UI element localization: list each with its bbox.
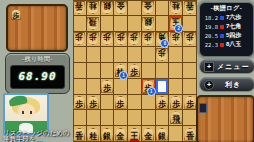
move-text: 5四歩 [226, 31, 241, 40]
board-cell-r6c8[interactable] [169, 79, 183, 95]
piece-kanji: 桂 [89, 131, 97, 141]
piece-kanji: 歩 [103, 83, 111, 93]
board-cell-r8c5[interactable] [128, 110, 142, 126]
menu-button-label: メニュー [217, 62, 250, 72]
blue-player-marker-icon [220, 16, 224, 20]
board-cell-r7c7[interactable]: 歩 [156, 95, 170, 111]
board-cell-r9c5[interactable]: 王 [128, 126, 142, 142]
board-cell-r9c6[interactable]: 金 [142, 126, 156, 142]
board-cell-r8c8[interactable]: 飛 [169, 110, 183, 126]
piece-歩-top[interactable]: 歩 [156, 48, 168, 61]
piece-kanji: 歩 [89, 32, 97, 42]
board-cell-r1c4[interactable]: 金 [114, 0, 128, 16]
board-cell-r2c9[interactable] [183, 16, 197, 32]
piece-香-bottom[interactable]: 香 [184, 128, 196, 141]
board-cell-r5c6[interactable] [142, 63, 156, 79]
kiki-icon: + [204, 80, 214, 90]
board-cell-r2c4[interactable] [114, 16, 128, 32]
piece-歩-bottom[interactable]: 歩 [73, 96, 85, 109]
piece-歩-bottom[interactable]: 歩 [128, 64, 140, 77]
piece-kanji: 歩 [75, 32, 83, 42]
board-cell-r4c4[interactable] [114, 47, 128, 63]
captured-piece-歩[interactable]: 歩 [11, 9, 21, 20]
board-cell-r8c6[interactable] [142, 110, 156, 126]
board-cell-r7c5[interactable] [128, 95, 142, 111]
move-time: 18.2 [203, 15, 218, 21]
piece-香-bottom[interactable]: 香 [73, 128, 85, 141]
piece-金-top[interactable]: 金 [142, 1, 154, 14]
piece-kanji: 歩 [158, 99, 166, 109]
board-cell-r2c1[interactable] [73, 16, 87, 32]
board-cell-r1c6[interactable]: 金 [142, 0, 156, 16]
piece-王-bottom[interactable]: 王 [128, 128, 140, 141]
piece-kanji: 歩 [172, 99, 180, 109]
piece-香-top[interactable]: 香 [73, 1, 85, 14]
move-time: 22.3 [203, 42, 218, 48]
board-cell-r7c2[interactable]: 歩 [87, 95, 101, 111]
board-cell-r1c1[interactable]: 香 [73, 0, 87, 16]
board-cell-r5c4[interactable]: 桂1 [114, 63, 128, 79]
board-cell-r2c7[interactable] [156, 16, 170, 32]
kiki-count-badge: 1 [147, 87, 156, 96]
piece-kanji: 歩 [144, 32, 152, 42]
piece-香-top[interactable]: 香 [184, 1, 196, 14]
board-cell-r5c8[interactable] [169, 63, 183, 79]
board-cell-r7c8[interactable]: 歩 [169, 95, 183, 111]
piece-kanji: 銀 [144, 17, 152, 27]
board-cell-r4c5[interactable] [128, 47, 142, 63]
piece-kanji: 銀 [158, 131, 166, 141]
move-time: 19.8 [203, 24, 218, 30]
piece-kanji: 歩 [117, 99, 125, 109]
board-cell-r4c3[interactable] [101, 47, 115, 63]
move-text: 8八玉 [226, 40, 241, 49]
character-eye [30, 111, 32, 114]
remaining-time-label: -残り時間- [6, 54, 69, 64]
piece-歩-top[interactable]: 歩 [128, 32, 140, 45]
board-cell-r4c6[interactable] [142, 47, 156, 63]
piece-kanji: 歩 [172, 32, 180, 42]
board-cell-r1c5[interactable] [128, 0, 142, 16]
piece-桂-top[interactable]: 桂 [170, 1, 182, 14]
opponent-captured-tray: 歩 [6, 4, 68, 52]
board-cell-r7c1[interactable]: 歩 [73, 95, 87, 111]
board-cell-r3c2[interactable]: 歩 [87, 32, 101, 48]
board-cell-r7c4[interactable]: 歩 [114, 95, 128, 111]
board-cell-r8c2[interactable] [87, 110, 101, 126]
kiki-count-badge: 2 [174, 24, 183, 33]
piece-歩-bottom[interactable]: 歩 [156, 96, 168, 109]
board-cell-r9c2[interactable]: 桂 [87, 126, 101, 142]
board-cell-r8c7[interactable] [156, 110, 170, 126]
piece-歩-top[interactable]: 歩 [115, 32, 127, 45]
piece-kanji: 歩 [186, 32, 194, 42]
board-cell-r8c4[interactable] [114, 110, 128, 126]
piece-金-bottom[interactable]: 金 [115, 128, 127, 141]
piece-kanji: 香 [75, 1, 83, 11]
piece-銀-bottom[interactable]: 銀 [156, 128, 168, 141]
piece-桂-bottom[interactable]: 桂 [87, 128, 99, 141]
kiki-button-label: 利き [225, 80, 241, 90]
blue-player-marker-icon [220, 34, 224, 38]
board-cell-r2c6[interactable]: 銀 [142, 16, 156, 32]
board-cell-r7c3[interactable] [101, 95, 115, 111]
clock-lcd: 68.90 [10, 65, 65, 89]
piece-kanji: 金 [144, 1, 152, 11]
piece-歩-bottom[interactable]: 歩 [184, 96, 196, 109]
tray-badge [199, 103, 207, 113]
board-cell-r5c5[interactable]: 歩 [128, 63, 142, 79]
remaining-time-panel: -残り時間- 68.90 [5, 53, 70, 94]
piece-kanji: 飛 [89, 17, 97, 27]
board-cell-r9c4[interactable]: 金 [114, 126, 128, 142]
plus-icon: + [204, 62, 214, 72]
board-cell-r3c3[interactable]: 歩 [101, 32, 115, 48]
board-cell-r4c2[interactable] [87, 47, 101, 63]
move-log-entry: 18.27六歩 [200, 13, 253, 22]
piece-歩-top[interactable]: 歩 [101, 32, 113, 45]
board-cell-r4c9[interactable] [183, 47, 197, 63]
piece-飛-bottom[interactable]: 飛 [170, 111, 182, 124]
piece-歩-bottom[interactable]: 歩 [115, 96, 127, 109]
piece-歩-bottom[interactable]: 歩 [87, 96, 99, 109]
board-cell-r7c9[interactable]: 歩 [183, 95, 197, 111]
piece-歩-top[interactable]: 歩 [87, 32, 99, 45]
piece-kanji: 銀 [103, 1, 111, 11]
piece-kanji: 金 [117, 131, 125, 141]
move-log-entry: 20.55四歩 [200, 31, 253, 40]
move-text: 7七角 [226, 22, 241, 31]
board-cell-r1c8[interactable]: 桂 [169, 0, 183, 16]
piece-kanji: 歩 [103, 32, 111, 42]
move-log-title: -棋譜ログ- [200, 3, 253, 13]
board-cell-r5c1[interactable] [73, 63, 87, 79]
board-cell-r6c6[interactable]: 歩1 [142, 79, 156, 95]
shogi-board[interactable]: 香桂銀金金桂香飛銀玉2歩歩歩歩歩歩角0歩歩歩桂1歩歩歩1歩歩歩歩歩歩飛香桂銀金王… [73, 0, 197, 142]
board-cell-r3c1[interactable]: 歩 [73, 32, 87, 48]
board-cell-r1c7[interactable] [156, 0, 170, 16]
board-cell-r8c9[interactable] [183, 110, 197, 126]
board-cell-r6c4[interactable] [114, 79, 128, 95]
piece-銀-top[interactable]: 銀 [142, 17, 154, 30]
piece-歩-top[interactable]: 歩 [170, 32, 182, 45]
board-cell-r5c7[interactable] [156, 63, 170, 79]
board-cell-r5c9[interactable] [183, 63, 197, 79]
piece-歩-bottom[interactable]: 歩 [101, 80, 113, 93]
board-cell-r9c7[interactable]: 銀 [156, 126, 170, 142]
piece-歩-top[interactable]: 歩 [142, 32, 154, 45]
board-cell-r1c2[interactable]: 桂 [87, 0, 101, 16]
board-cell-r4c1[interactable] [73, 47, 87, 63]
piece-銀-top[interactable]: 銀 [101, 1, 113, 14]
piece-金-bottom[interactable]: 金 [142, 128, 154, 141]
character-face [18, 104, 35, 118]
board-cell-r9c8[interactable] [169, 126, 183, 142]
piece-kanji: 歩 [89, 99, 97, 109]
kiki-toggle-button[interactable]: + 利き [199, 77, 254, 92]
board-cell-r9c9[interactable]: 香 [183, 126, 197, 142]
piece-kanji: 香 [186, 1, 194, 11]
piece-歩-bottom[interactable]: 歩 [170, 96, 182, 109]
piece-kanji: 金 [144, 131, 152, 141]
piece-kanji: 歩 [131, 67, 139, 77]
move-log-panel: -棋譜ログ- 18.27六歩19.87七角20.55四歩22.38八玉 [199, 2, 254, 57]
board-cell-r1c3[interactable]: 銀 [101, 0, 115, 16]
move-log-entry: 22.38八玉 [200, 40, 253, 49]
move-log-rows: 18.27六歩19.87七角20.55四歩22.38八玉 [200, 13, 253, 49]
piece-歩-top[interactable]: 歩 [73, 32, 85, 45]
move-text: 7六歩 [226, 13, 241, 22]
board-cell-r6c2[interactable] [87, 79, 101, 95]
piece-kanji: 桂 [172, 1, 180, 11]
speech-line-2: 勝負手段を… [3, 136, 75, 142]
clock-value: 68.90 [18, 70, 56, 83]
character-speech-text: リスクヘッジのための 勝負手段を… [3, 130, 75, 142]
red-player-marker-icon [220, 43, 224, 47]
piece-kanji: 歩 [75, 99, 83, 109]
board-cell-r6c1[interactable] [73, 79, 87, 95]
shogi-game-screen: 歩 -残り時間- 68.90 リスクヘッジのための 勝負手段を… 香桂銀金金桂香… [0, 0, 254, 142]
board-cell-r2c8[interactable]: 玉2 [169, 16, 183, 32]
piece-銀-bottom[interactable]: 銀 [101, 128, 113, 141]
piece-飛-top[interactable]: 飛 [87, 17, 99, 30]
piece-kanji: 歩 [131, 32, 139, 42]
piece-kanji: 飛 [172, 114, 180, 124]
piece-kanji: 歩 [186, 99, 194, 109]
piece-歩-top[interactable]: 歩 [184, 32, 196, 45]
board-cell-r3c8[interactable]: 歩 [169, 32, 183, 48]
board-cell-r8c1[interactable] [73, 110, 87, 126]
piece-kanji: 香 [75, 131, 83, 141]
move-time: 20.5 [203, 33, 218, 39]
piece-kanji: 桂 [89, 1, 97, 11]
board-cell-r2c5[interactable] [128, 16, 142, 32]
board-cell-r8c3[interactable] [101, 110, 115, 126]
board-cell-r3c9[interactable]: 歩 [183, 32, 197, 48]
board-cell-r3c6[interactable]: 歩 [142, 32, 156, 48]
board-cell-r4c7[interactable]: 歩 [156, 47, 170, 63]
piece-kanji: 銀 [103, 131, 111, 141]
piece-kanji: 歩 [13, 12, 20, 20]
board-cell-r7c6[interactable] [142, 95, 156, 111]
piece-kanji: 歩 [158, 48, 166, 58]
board-cell-r2c2[interactable]: 飛 [87, 16, 101, 32]
board-cell-r9c3[interactable]: 銀 [101, 126, 115, 142]
board-cell-r4c8[interactable] [169, 47, 183, 63]
board-cell-r9c1[interactable]: 香 [73, 126, 87, 142]
piece-kanji: 香 [186, 131, 194, 141]
piece-kanji: 歩 [117, 32, 125, 42]
red-player-marker-icon [220, 25, 224, 29]
player-captured-tray [196, 95, 254, 142]
board-cell-r6c9[interactable] [183, 79, 197, 95]
piece-kanji: 金 [117, 1, 125, 11]
board-cell-r2c3[interactable] [101, 16, 115, 32]
piece-金-top[interactable]: 金 [115, 1, 127, 14]
board-cell-r6c7[interactable] [156, 79, 170, 95]
character-eye [22, 111, 24, 114]
piece-桂-top[interactable]: 桂 [87, 1, 99, 14]
board-cell-r3c5[interactable]: 歩 [128, 32, 142, 48]
board-cell-r1c9[interactable]: 香 [183, 0, 197, 16]
kiki-count-badge: 1 [119, 71, 128, 80]
menu-button[interactable]: + メニュー [199, 59, 254, 74]
board-cell-r3c4[interactable]: 歩 [114, 32, 128, 48]
board-cell-r5c3[interactable] [101, 63, 115, 79]
board-cell-r5c2[interactable] [87, 63, 101, 79]
board-cell-r6c3[interactable]: 歩 [101, 79, 115, 95]
move-log-entry: 19.87七角 [200, 22, 253, 31]
player-king-marker [130, 140, 139, 142]
board-cell-r3c7[interactable]: 角0 [156, 32, 170, 48]
board-cell-r6c5[interactable] [128, 79, 142, 95]
